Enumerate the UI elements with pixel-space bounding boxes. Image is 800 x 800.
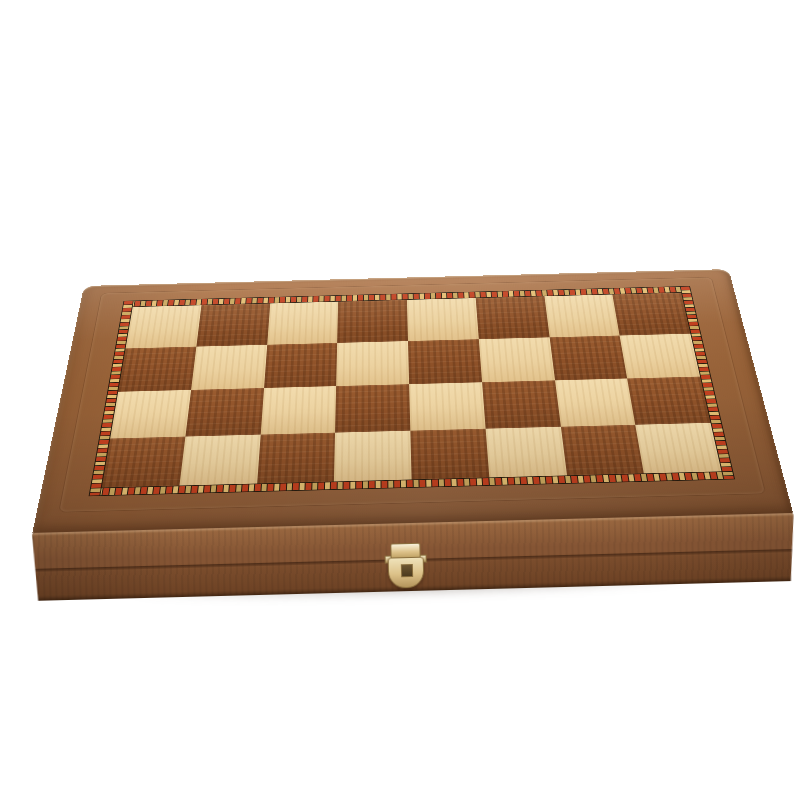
board-square: [335, 384, 410, 432]
board-square: [408, 339, 482, 384]
board-square: [555, 378, 636, 426]
board-square: [475, 296, 549, 339]
box-lid-top: [32, 269, 794, 535]
board-square: [126, 305, 202, 348]
photo-background: [0, 0, 800, 800]
board-square: [102, 436, 185, 487]
board-square: [179, 434, 260, 485]
brass-clasp: [384, 543, 427, 590]
board-square: [482, 380, 561, 428]
board-square: [485, 426, 566, 477]
board-square: [549, 335, 627, 380]
clasp-keeper-hole: [401, 564, 413, 577]
board-square: [118, 346, 196, 391]
board-square: [267, 302, 339, 345]
checkerboard: [102, 293, 722, 488]
board-square: [410, 428, 489, 479]
board-square: [479, 337, 555, 382]
board-square: [191, 344, 267, 389]
board-square: [336, 341, 409, 386]
board-square: [627, 377, 710, 425]
board-square: [334, 430, 411, 481]
board-square: [337, 300, 408, 343]
board-square: [409, 382, 485, 430]
board-square: [257, 432, 336, 483]
board-square: [407, 298, 479, 341]
board-square: [264, 343, 338, 388]
chess-box: [22, 135, 797, 655]
board-square: [544, 294, 620, 337]
board-square: [196, 303, 270, 346]
board-square: [635, 422, 721, 473]
board-square: [620, 333, 700, 378]
board-square: [185, 388, 263, 436]
board-square: [260, 386, 336, 434]
clasp-hasp: [388, 557, 425, 589]
board-square: [560, 424, 644, 475]
board-square: [613, 293, 691, 336]
board-square: [110, 390, 191, 438]
